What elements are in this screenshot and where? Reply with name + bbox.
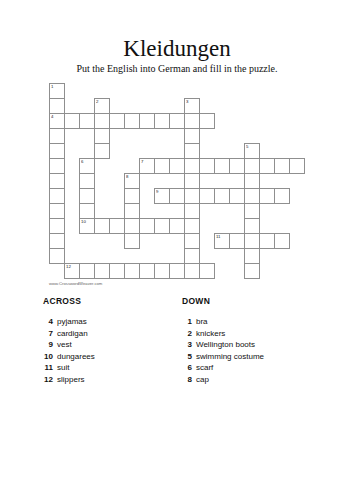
- grid-cell[interactable]: [79, 263, 95, 279]
- watermark-text: www.CrosswordWeaver.com: [49, 281, 102, 285]
- clue-item-number: 11: [43, 362, 53, 374]
- clue-item: 2knickers: [182, 328, 264, 340]
- clue-number: 12: [66, 264, 71, 268]
- across-header: ACROSS: [43, 296, 95, 306]
- grid-cell[interactable]: [49, 188, 65, 204]
- clue-item: 9vest: [43, 339, 95, 351]
- grid-cell[interactable]: [244, 233, 260, 249]
- clue-item: 4pyjamas: [43, 316, 95, 328]
- clue-item: 1bra: [182, 316, 264, 328]
- grid-cell[interactable]: [259, 158, 275, 174]
- clue-number: 6: [81, 159, 83, 163]
- clue-number: 9: [156, 189, 158, 193]
- grid-cell[interactable]: [199, 263, 215, 279]
- grid-cell[interactable]: [79, 113, 95, 129]
- clue-item: 7cardigan: [43, 328, 95, 340]
- grid-cell[interactable]: [214, 188, 230, 204]
- clue-item: 11suit: [43, 362, 95, 374]
- grid-cell[interactable]: [124, 203, 140, 219]
- clue-item-number: 9: [43, 339, 53, 351]
- clue-item-text: bra: [196, 316, 208, 328]
- grid-cell[interactable]: [49, 173, 65, 189]
- clue-item-number: 12: [43, 374, 53, 386]
- page-title: Kleidungen: [0, 36, 354, 62]
- grid-cell[interactable]: [229, 188, 245, 204]
- grid-cell[interactable]: 4: [49, 113, 65, 129]
- grid-cell[interactable]: 2: [94, 98, 110, 114]
- grid-cell[interactable]: [109, 263, 125, 279]
- grid-cell[interactable]: [124, 218, 140, 234]
- grid-cell[interactable]: [274, 233, 290, 249]
- grid-cell[interactable]: [94, 263, 110, 279]
- grid-cell[interactable]: [154, 263, 170, 279]
- clue-item-text: Wellington boots: [196, 339, 255, 351]
- grid-cell[interactable]: [184, 143, 200, 159]
- grid-cell[interactable]: [124, 113, 140, 129]
- clue-item: 6scarf: [182, 362, 264, 374]
- down-clue-list: 1bra2knickers3Wellington boots5swimming …: [182, 316, 264, 385]
- clue-number: 8: [126, 174, 128, 178]
- grid-cell[interactable]: [124, 263, 140, 279]
- grid-cell[interactable]: [244, 188, 260, 204]
- clue-item: 3Wellington boots: [182, 339, 264, 351]
- grid-cell[interactable]: [274, 188, 290, 204]
- clue-number: 10: [81, 219, 86, 223]
- grid-cell[interactable]: [199, 158, 215, 174]
- clue-item: 5swimming costume: [182, 351, 264, 363]
- grid-cell[interactable]: [229, 158, 245, 174]
- grid-cell[interactable]: [169, 113, 185, 129]
- clue-item-number: 3: [182, 339, 192, 351]
- grid-cell[interactable]: [124, 233, 140, 249]
- grid-cell[interactable]: [79, 203, 95, 219]
- grid-cell[interactable]: [259, 188, 275, 204]
- puzzle-sheet: Kleidungen Put the English into German a…: [0, 0, 354, 500]
- grid-cell[interactable]: [94, 128, 110, 144]
- clue-number: 3: [186, 99, 188, 103]
- grid-cell[interactable]: 12: [64, 263, 80, 279]
- clue-number: 7: [141, 159, 143, 163]
- clue-item-number: 1: [182, 316, 192, 328]
- grid-cell[interactable]: [274, 158, 290, 174]
- clue-item-number: 5: [182, 351, 192, 363]
- grid-cell[interactable]: [94, 143, 110, 159]
- grid-cell[interactable]: [169, 263, 185, 279]
- grid-cell[interactable]: [244, 248, 260, 264]
- clue-item-number: 4: [43, 316, 53, 328]
- clue-item-number: 7: [43, 328, 53, 340]
- grid-cell[interactable]: [79, 173, 95, 189]
- across-clue-list: 4pyjamas7cardigan9vest10dungarees11suit1…: [43, 316, 95, 385]
- grid-cell[interactable]: [199, 188, 215, 204]
- grid-cell[interactable]: [49, 158, 65, 174]
- grid-cell[interactable]: [49, 218, 65, 234]
- grid-cell[interactable]: 7: [139, 158, 155, 174]
- grid-cell[interactable]: [49, 248, 65, 264]
- grid-cell[interactable]: [154, 158, 170, 174]
- clue-item-text: cap: [196, 374, 209, 386]
- clue-item-text: knickers: [196, 328, 225, 340]
- grid-cell[interactable]: [244, 173, 260, 189]
- grid-cell[interactable]: [244, 203, 260, 219]
- grid-cell[interactable]: 1: [49, 83, 65, 99]
- across-clues-section: ACROSS 4pyjamas7cardigan9vest10dungarees…: [43, 296, 95, 385]
- clue-item: 10dungarees: [43, 351, 95, 363]
- clue-number: 11: [216, 234, 220, 238]
- grid-cell[interactable]: [169, 218, 185, 234]
- clue-item-number: 10: [43, 351, 53, 363]
- clue-number: 4: [51, 114, 53, 118]
- grid-cell[interactable]: [244, 158, 260, 174]
- grid-cell[interactable]: 10: [79, 218, 95, 234]
- clue-item-text: slippers: [57, 374, 85, 386]
- clue-item: 12slippers: [43, 374, 95, 386]
- grid-cell[interactable]: [244, 218, 260, 234]
- grid-cell[interactable]: [229, 233, 245, 249]
- clue-item-text: vest: [57, 339, 72, 351]
- clue-number: 5: [246, 144, 248, 148]
- clue-number: 2: [96, 99, 98, 103]
- grid-cell[interactable]: 9: [154, 188, 170, 204]
- grid-cell[interactable]: [289, 158, 305, 174]
- grid-cell[interactable]: [49, 203, 65, 219]
- grid-cell[interactable]: [184, 158, 200, 174]
- grid-cell[interactable]: [184, 218, 200, 234]
- grid-cell[interactable]: [184, 233, 200, 249]
- clue-item-text: swimming costume: [196, 351, 264, 363]
- grid-cell[interactable]: [184, 203, 200, 219]
- grid-cell[interactable]: [79, 188, 95, 204]
- clue-item-number: 6: [182, 362, 192, 374]
- grid-cell[interactable]: 8: [124, 173, 140, 189]
- grid-cell[interactable]: [109, 218, 125, 234]
- grid-cell[interactable]: [154, 218, 170, 234]
- grid-cell[interactable]: [49, 98, 65, 114]
- clue-item: 8cap: [182, 374, 264, 386]
- grid-cell[interactable]: 11: [214, 233, 230, 249]
- grid-cell[interactable]: 3: [184, 98, 200, 114]
- grid-cell[interactable]: [184, 128, 200, 144]
- clue-item-text: dungarees: [57, 351, 95, 363]
- grid-cell[interactable]: [49, 233, 65, 249]
- grid-cell[interactable]: 6: [79, 158, 95, 174]
- grid-cell[interactable]: [259, 233, 275, 249]
- clue-item-text: suit: [57, 362, 69, 374]
- grid-cell[interactable]: [169, 158, 185, 174]
- grid-cell[interactable]: [199, 113, 215, 129]
- down-clues-section: DOWN 1bra2knickers3Wellington boots5swim…: [182, 296, 264, 385]
- grid-cell[interactable]: [184, 263, 200, 279]
- down-header: DOWN: [182, 296, 264, 306]
- clue-item-text: pyjamas: [57, 316, 87, 328]
- grid-cell[interactable]: [214, 158, 230, 174]
- grid-cell[interactable]: [49, 143, 65, 159]
- grid-cell[interactable]: [109, 113, 125, 129]
- grid-cell[interactable]: [184, 173, 200, 189]
- grid-cell[interactable]: [64, 113, 80, 129]
- clue-item-text: cardigan: [57, 328, 88, 340]
- grid-cell[interactable]: [169, 188, 185, 204]
- clue-item-text: scarf: [196, 362, 213, 374]
- grid-cell[interactable]: [124, 188, 140, 204]
- page-subtitle: Put the English into German and fill in …: [0, 63, 354, 74]
- grid-cell[interactable]: [184, 113, 200, 129]
- grid-cell[interactable]: [184, 248, 200, 264]
- grid-cell[interactable]: [49, 128, 65, 144]
- grid-cell[interactable]: [94, 113, 110, 129]
- clue-item-number: 8: [182, 374, 192, 386]
- grid-cell[interactable]: [139, 218, 155, 234]
- clue-number: 1: [51, 84, 53, 88]
- grid-cell[interactable]: [94, 218, 110, 234]
- grid-cell[interactable]: [139, 263, 155, 279]
- grid-cell[interactable]: [154, 113, 170, 129]
- crossword-grid: 123456789101112: [49, 83, 305, 279]
- grid-cell[interactable]: [139, 113, 155, 129]
- grid-cell[interactable]: 5: [244, 143, 260, 159]
- grid-cell[interactable]: [184, 188, 200, 204]
- grid-cell[interactable]: [244, 263, 260, 279]
- clue-item-number: 2: [182, 328, 192, 340]
